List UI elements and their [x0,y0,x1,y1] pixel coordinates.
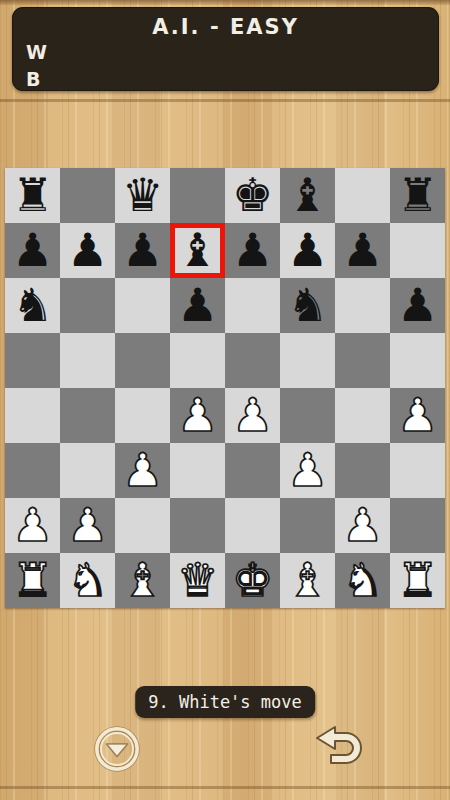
circle-down-arrow-icon [93,725,141,773]
white-rook: ♜ [5,553,60,608]
square-h2[interactable] [390,498,445,553]
square-e8[interactable]: ♚ [225,168,280,223]
black-captured-row: B [26,68,48,90]
black-pawn: ♟ [170,278,225,333]
square-b8[interactable] [60,168,115,223]
square-c4[interactable] [115,388,170,443]
white-pawn: ♟ [335,498,390,553]
square-a7[interactable]: ♟ [5,223,60,278]
white-pawn: ♟ [60,498,115,553]
square-g8[interactable] [335,168,390,223]
square-d2[interactable] [170,498,225,553]
square-g7[interactable]: ♟ [335,223,390,278]
black-knight: ♞ [5,278,60,333]
square-h3[interactable] [390,443,445,498]
square-f4[interactable] [280,388,335,443]
square-d3[interactable] [170,443,225,498]
square-e4[interactable]: ♟ [225,388,280,443]
black-bishop: ♝ [280,168,335,223]
white-bishop: ♝ [115,553,170,608]
undo-arrow-icon [314,724,370,772]
square-c5[interactable] [115,333,170,388]
game-title: A.I. - EASY [12,15,439,39]
square-f8[interactable]: ♝ [280,168,335,223]
square-h7[interactable] [390,223,445,278]
white-pawn: ♟ [280,443,335,498]
square-d4[interactable]: ♟ [170,388,225,443]
black-pawn: ♟ [280,223,335,278]
square-g1[interactable]: ♞ [335,553,390,608]
white-queen: ♛ [170,553,225,608]
square-d5[interactable] [170,333,225,388]
square-b2[interactable]: ♟ [60,498,115,553]
square-c2[interactable] [115,498,170,553]
white-king: ♚ [225,553,280,608]
square-f3[interactable]: ♟ [280,443,335,498]
black-pawn: ♟ [390,278,445,333]
square-h6[interactable]: ♟ [390,278,445,333]
status-toast: 9. White's move [135,686,315,718]
square-e7[interactable]: ♟ [225,223,280,278]
white-pawn: ♟ [5,498,60,553]
square-d1[interactable]: ♛ [170,553,225,608]
square-a6[interactable]: ♞ [5,278,60,333]
square-f7[interactable]: ♟ [280,223,335,278]
square-h1[interactable]: ♜ [390,553,445,608]
square-g3[interactable] [335,443,390,498]
square-h8[interactable]: ♜ [390,168,445,223]
square-g4[interactable] [335,388,390,443]
square-a1[interactable]: ♜ [5,553,60,608]
square-e6[interactable] [225,278,280,333]
square-a5[interactable] [5,333,60,388]
square-e5[interactable] [225,333,280,388]
square-b4[interactable] [60,388,115,443]
white-pawn: ♟ [225,388,280,443]
square-b6[interactable] [60,278,115,333]
down-arrow-button[interactable] [93,725,141,773]
square-b3[interactable] [60,443,115,498]
black-bishop: ♝ [170,223,225,278]
undo-button[interactable] [314,724,370,772]
square-d6[interactable]: ♟ [170,278,225,333]
square-h4[interactable]: ♟ [390,388,445,443]
square-g2[interactable]: ♟ [335,498,390,553]
chess-board: ♜♛♚♝♜♟♟♟♝♟♟♟♞♟♞♟♟♟♟♟♟♟♟♟♜♞♝♛♚♝♞♜ [5,168,445,608]
square-b5[interactable] [60,333,115,388]
black-pawn: ♟ [225,223,280,278]
square-a3[interactable] [5,443,60,498]
square-e1[interactable]: ♚ [225,553,280,608]
square-c1[interactable]: ♝ [115,553,170,608]
white-captured-row: W [26,41,55,63]
square-f5[interactable] [280,333,335,388]
square-b7[interactable]: ♟ [60,223,115,278]
black-pawn: ♟ [60,223,115,278]
wood-seam-middle [0,99,450,102]
square-e2[interactable] [225,498,280,553]
black-pawn: ♟ [335,223,390,278]
square-f6[interactable]: ♞ [280,278,335,333]
black-pawn: ♟ [115,223,170,278]
black-knight: ♞ [280,278,335,333]
wood-seam-top [0,0,450,5]
square-a2[interactable]: ♟ [5,498,60,553]
square-f2[interactable] [280,498,335,553]
square-d8[interactable] [170,168,225,223]
white-knight: ♞ [60,553,115,608]
square-g6[interactable] [335,278,390,333]
black-queen: ♛ [115,168,170,223]
square-e3[interactable] [225,443,280,498]
square-c3[interactable]: ♟ [115,443,170,498]
white-label: W [26,41,47,63]
black-pawn: ♟ [5,223,60,278]
black-label: B [26,68,40,90]
white-bishop: ♝ [280,553,335,608]
wood-seam-bottom [0,786,450,789]
white-pawn: ♟ [390,388,445,443]
square-d7[interactable]: ♝ [170,223,225,278]
square-h5[interactable] [390,333,445,388]
white-rook: ♜ [390,553,445,608]
game-info-panel: A.I. - EASY W B [12,7,439,91]
square-g5[interactable] [335,333,390,388]
black-rook: ♜ [5,168,60,223]
white-knight: ♞ [335,553,390,608]
white-pawn: ♟ [170,388,225,443]
square-c8[interactable]: ♛ [115,168,170,223]
square-f1[interactable]: ♝ [280,553,335,608]
square-a4[interactable] [5,388,60,443]
square-c6[interactable] [115,278,170,333]
square-c7[interactable]: ♟ [115,223,170,278]
square-b1[interactable]: ♞ [60,553,115,608]
black-king: ♚ [225,168,280,223]
square-a8[interactable]: ♜ [5,168,60,223]
white-pawn: ♟ [115,443,170,498]
black-rook: ♜ [390,168,445,223]
